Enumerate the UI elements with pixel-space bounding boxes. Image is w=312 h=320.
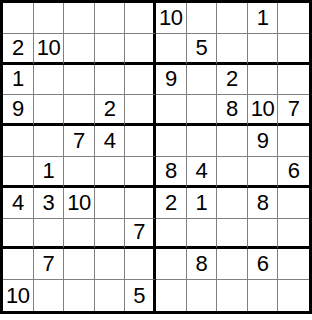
cell-r10c3-empty[interactable] xyxy=(64,280,95,311)
cell-r2c2-given[interactable]: 10 xyxy=(34,34,65,65)
cell-r2c10-empty[interactable] xyxy=(278,34,309,65)
cell-r9c2-given[interactable]: 7 xyxy=(34,249,65,280)
cell-r2c3-empty[interactable] xyxy=(64,34,95,65)
cell-r8c10-empty[interactable] xyxy=(278,219,309,250)
cell-r9c4-empty[interactable] xyxy=(95,249,126,280)
cell-r5c1-empty[interactable] xyxy=(3,126,34,157)
cell-r5c3-given[interactable]: 7 xyxy=(64,126,95,157)
cell-r6c8-empty[interactable] xyxy=(217,157,248,188)
cell-r7c4-empty[interactable] xyxy=(95,188,126,219)
cell-r3c3-empty[interactable] xyxy=(64,65,95,96)
cell-r4c8-given[interactable]: 8 xyxy=(217,95,248,126)
cell-r4c2-empty[interactable] xyxy=(34,95,65,126)
cell-r4c4-given[interactable]: 2 xyxy=(95,95,126,126)
cell-r4c1-given[interactable]: 9 xyxy=(3,95,34,126)
cell-r1c5-empty[interactable] xyxy=(125,3,156,34)
cell-r5c2-empty[interactable] xyxy=(34,126,65,157)
cell-r6c10-given[interactable]: 6 xyxy=(278,157,309,188)
cell-r8c9-empty[interactable] xyxy=(248,219,279,250)
cell-r2c4-empty[interactable] xyxy=(95,34,126,65)
cell-r2c6-empty[interactable] xyxy=(156,34,187,65)
cell-r7c8-empty[interactable] xyxy=(217,188,248,219)
cell-r7c5-empty[interactable] xyxy=(125,188,156,219)
cell-r2c7-given[interactable]: 5 xyxy=(187,34,218,65)
cell-r1c6-given[interactable]: 10 xyxy=(156,3,187,34)
cell-r10c2-empty[interactable] xyxy=(34,280,65,311)
cell-r1c4-empty[interactable] xyxy=(95,3,126,34)
cell-r5c7-empty[interactable] xyxy=(187,126,218,157)
cell-r1c7-empty[interactable] xyxy=(187,3,218,34)
cell-r9c5-empty[interactable] xyxy=(125,249,156,280)
cell-r8c5-given[interactable]: 7 xyxy=(125,219,156,250)
cell-r6c5-empty[interactable] xyxy=(125,157,156,188)
cell-r1c1-empty[interactable] xyxy=(3,3,34,34)
cell-r6c4-empty[interactable] xyxy=(95,157,126,188)
cell-r7c7-given[interactable]: 1 xyxy=(187,188,218,219)
cell-r10c9-empty[interactable] xyxy=(248,280,279,311)
cell-r8c4-empty[interactable] xyxy=(95,219,126,250)
cell-r3c10-empty[interactable] xyxy=(278,65,309,96)
cell-r3c5-empty[interactable] xyxy=(125,65,156,96)
cell-r3c2-empty[interactable] xyxy=(34,65,65,96)
cell-r7c1-given[interactable]: 4 xyxy=(3,188,34,219)
cell-r8c6-empty[interactable] xyxy=(156,219,187,250)
cell-r2c8-empty[interactable] xyxy=(217,34,248,65)
cell-r6c6-given[interactable]: 8 xyxy=(156,157,187,188)
cell-r3c8-given[interactable]: 2 xyxy=(217,65,248,96)
cell-r10c1-given[interactable]: 10 xyxy=(3,280,34,311)
cell-r9c6-empty[interactable] xyxy=(156,249,187,280)
cell-r10c8-empty[interactable] xyxy=(217,280,248,311)
cell-r5c4-given[interactable]: 4 xyxy=(95,126,126,157)
cell-r7c6-given[interactable]: 2 xyxy=(156,188,187,219)
cell-r9c8-empty[interactable] xyxy=(217,249,248,280)
cell-r8c2-empty[interactable] xyxy=(34,219,65,250)
cell-r2c1-given[interactable]: 2 xyxy=(3,34,34,65)
cell-r5c8-empty[interactable] xyxy=(217,126,248,157)
cell-r4c6-empty[interactable] xyxy=(156,95,187,126)
cell-r10c5-given[interactable]: 5 xyxy=(125,280,156,311)
sudoku-board: 1012105192928107749184643102187786105 xyxy=(0,0,312,314)
cell-r8c8-empty[interactable] xyxy=(217,219,248,250)
cell-r7c9-given[interactable]: 8 xyxy=(248,188,279,219)
cell-r5c6-empty[interactable] xyxy=(156,126,187,157)
cell-r5c10-empty[interactable] xyxy=(278,126,309,157)
cell-r8c3-empty[interactable] xyxy=(64,219,95,250)
cell-r9c10-empty[interactable] xyxy=(278,249,309,280)
cell-r8c1-empty[interactable] xyxy=(3,219,34,250)
cell-r6c9-empty[interactable] xyxy=(248,157,279,188)
cell-r10c7-empty[interactable] xyxy=(187,280,218,311)
cell-r4c10-given[interactable]: 7 xyxy=(278,95,309,126)
cell-r7c3-given[interactable]: 10 xyxy=(64,188,95,219)
cell-r2c9-empty[interactable] xyxy=(248,34,279,65)
cell-r3c4-empty[interactable] xyxy=(95,65,126,96)
cell-r6c1-empty[interactable] xyxy=(3,157,34,188)
cell-r3c7-empty[interactable] xyxy=(187,65,218,96)
cell-r6c7-given[interactable]: 4 xyxy=(187,157,218,188)
cell-r1c8-empty[interactable] xyxy=(217,3,248,34)
cell-r6c3-empty[interactable] xyxy=(64,157,95,188)
cell-r2c5-empty[interactable] xyxy=(125,34,156,65)
cell-r4c5-empty[interactable] xyxy=(125,95,156,126)
cell-r10c10-empty[interactable] xyxy=(278,280,309,311)
cell-r7c2-given[interactable]: 3 xyxy=(34,188,65,219)
cell-r9c1-empty[interactable] xyxy=(3,249,34,280)
cell-r5c5-empty[interactable] xyxy=(125,126,156,157)
cell-r1c9-given[interactable]: 1 xyxy=(248,3,279,34)
cell-r4c3-empty[interactable] xyxy=(64,95,95,126)
cell-r10c4-empty[interactable] xyxy=(95,280,126,311)
cell-r10c6-empty[interactable] xyxy=(156,280,187,311)
cell-r1c10-empty[interactable] xyxy=(278,3,309,34)
cell-r4c7-empty[interactable] xyxy=(187,95,218,126)
cell-r3c9-empty[interactable] xyxy=(248,65,279,96)
cell-r1c3-empty[interactable] xyxy=(64,3,95,34)
cell-r3c1-given[interactable]: 1 xyxy=(3,65,34,96)
cell-r5c9-given[interactable]: 9 xyxy=(248,126,279,157)
cell-r9c9-given[interactable]: 6 xyxy=(248,249,279,280)
cell-r9c3-empty[interactable] xyxy=(64,249,95,280)
cell-r6c2-given[interactable]: 1 xyxy=(34,157,65,188)
cell-r7c10-empty[interactable] xyxy=(278,188,309,219)
cell-r8c7-empty[interactable] xyxy=(187,219,218,250)
cell-r3c6-given[interactable]: 9 xyxy=(156,65,187,96)
cell-r9c7-given[interactable]: 8 xyxy=(187,249,218,280)
cell-r1c2-empty[interactable] xyxy=(34,3,65,34)
cell-r4c9-given[interactable]: 10 xyxy=(248,95,279,126)
